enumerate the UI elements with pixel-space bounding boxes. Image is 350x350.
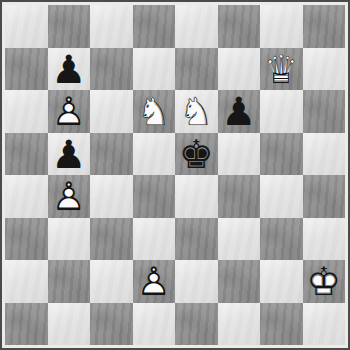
square-f8[interactable]	[218, 5, 261, 48]
white-knight-e6: ♞♘	[175, 90, 218, 133]
square-g3[interactable]	[260, 218, 303, 261]
square-g7[interactable]: ♛♕	[260, 48, 303, 91]
white-pawn-b6: ♟♙	[48, 90, 91, 133]
square-d6[interactable]: ♞♘	[133, 90, 176, 133]
chessboard: ♟♛♕♟♙♞♘♞♘♟♟♚♟♙♟♙♚♔	[5, 5, 345, 345]
square-b3[interactable]	[48, 218, 91, 261]
square-g1[interactable]	[260, 303, 303, 346]
square-e1[interactable]	[175, 303, 218, 346]
square-c1[interactable]	[90, 303, 133, 346]
square-e8[interactable]	[175, 5, 218, 48]
square-b2[interactable]	[48, 260, 91, 303]
square-e2[interactable]	[175, 260, 218, 303]
white-knight-outline: ♘	[175, 90, 218, 133]
square-e7[interactable]	[175, 48, 218, 91]
square-d5[interactable]	[133, 133, 176, 176]
square-d8[interactable]	[133, 5, 176, 48]
square-h8[interactable]	[303, 5, 346, 48]
white-pawn-outline: ♙	[133, 260, 176, 303]
square-f2[interactable]	[218, 260, 261, 303]
square-b4[interactable]: ♟♙	[48, 175, 91, 218]
white-pawn-b4: ♟♙	[48, 175, 91, 218]
square-b5[interactable]: ♟	[48, 133, 91, 176]
square-e4[interactable]	[175, 175, 218, 218]
square-c2[interactable]	[90, 260, 133, 303]
square-a7[interactable]	[5, 48, 48, 91]
square-g5[interactable]	[260, 133, 303, 176]
square-d7[interactable]	[133, 48, 176, 91]
square-a5[interactable]	[5, 133, 48, 176]
square-h6[interactable]	[303, 90, 346, 133]
white-knight-outline: ♘	[133, 90, 176, 133]
square-c8[interactable]	[90, 5, 133, 48]
square-b8[interactable]	[48, 5, 91, 48]
black-pawn-fill: ♟	[48, 48, 91, 91]
square-a6[interactable]	[5, 90, 48, 133]
square-g8[interactable]	[260, 5, 303, 48]
square-g2[interactable]	[260, 260, 303, 303]
square-c6[interactable]	[90, 90, 133, 133]
square-d1[interactable]	[133, 303, 176, 346]
square-h4[interactable]	[303, 175, 346, 218]
square-d4[interactable]	[133, 175, 176, 218]
square-b1[interactable]	[48, 303, 91, 346]
black-pawn-fill: ♟	[218, 90, 261, 133]
square-h1[interactable]	[303, 303, 346, 346]
square-d2[interactable]: ♟♙	[133, 260, 176, 303]
black-pawn-b7: ♟	[48, 48, 91, 91]
black-pawn-b5: ♟	[48, 133, 91, 176]
black-pawn-fill: ♟	[48, 133, 91, 176]
white-knight-d6: ♞♘	[133, 90, 176, 133]
square-a4[interactable]	[5, 175, 48, 218]
square-b6[interactable]: ♟♙	[48, 90, 91, 133]
square-f1[interactable]	[218, 303, 261, 346]
square-g4[interactable]	[260, 175, 303, 218]
square-g6[interactable]	[260, 90, 303, 133]
white-king-h2: ♚♔	[303, 260, 346, 303]
square-b7[interactable]: ♟	[48, 48, 91, 91]
white-queen-outline: ♕	[260, 48, 303, 91]
white-pawn-outline: ♙	[48, 175, 91, 218]
square-d3[interactable]	[133, 218, 176, 261]
square-h7[interactable]	[303, 48, 346, 91]
square-a8[interactable]	[5, 5, 48, 48]
square-f6[interactable]: ♟	[218, 90, 261, 133]
black-king-e5: ♚	[175, 133, 218, 176]
square-a2[interactable]	[5, 260, 48, 303]
square-c4[interactable]	[90, 175, 133, 218]
square-f3[interactable]	[218, 218, 261, 261]
white-queen-g7: ♛♕	[260, 48, 303, 91]
black-king-fill: ♚	[175, 133, 218, 176]
square-c5[interactable]	[90, 133, 133, 176]
square-f5[interactable]	[218, 133, 261, 176]
chessboard-frame: ♟♛♕♟♙♞♘♞♘♟♟♚♟♙♟♙♚♔	[0, 0, 350, 350]
white-pawn-outline: ♙	[48, 90, 91, 133]
square-a3[interactable]	[5, 218, 48, 261]
square-e6[interactable]: ♞♘	[175, 90, 218, 133]
white-pawn-d2: ♟♙	[133, 260, 176, 303]
square-e5[interactable]: ♚	[175, 133, 218, 176]
square-h3[interactable]	[303, 218, 346, 261]
square-e3[interactable]	[175, 218, 218, 261]
white-king-outline: ♔	[303, 260, 346, 303]
square-h5[interactable]	[303, 133, 346, 176]
square-c3[interactable]	[90, 218, 133, 261]
square-h2[interactable]: ♚♔	[303, 260, 346, 303]
square-a1[interactable]	[5, 303, 48, 346]
black-pawn-f6: ♟	[218, 90, 261, 133]
square-c7[interactable]	[90, 48, 133, 91]
square-f4[interactable]	[218, 175, 261, 218]
square-f7[interactable]	[218, 48, 261, 91]
